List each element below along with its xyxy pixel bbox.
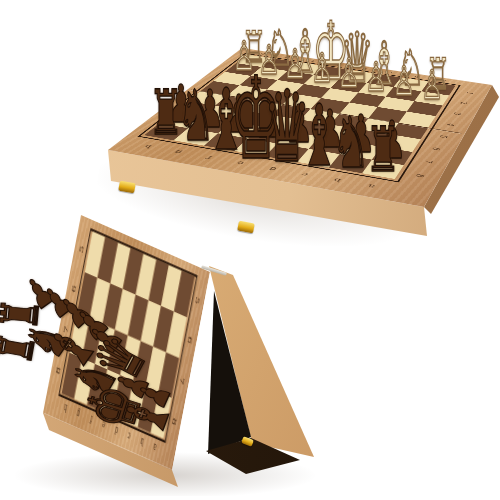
square-c7 xyxy=(133,341,153,387)
piece-black-bishop-f8: ♝ xyxy=(206,78,246,163)
piece-black-pawn-d7: ♟ xyxy=(285,98,313,150)
file-label-far-h: h xyxy=(259,52,266,55)
square-h7 xyxy=(159,112,202,128)
folded-file-label-e: e xyxy=(101,419,106,433)
square-f2 xyxy=(277,71,313,84)
folded-rank-label-left-8: 8 xyxy=(56,365,62,375)
magnetic-cluster-piece-8: ♟ xyxy=(82,317,129,360)
square-a8 xyxy=(151,392,171,438)
square-b2 xyxy=(386,87,421,101)
folded-file-label-c: c xyxy=(127,430,132,444)
magnetic-cluster-piece-14: ♟ xyxy=(132,376,177,413)
piece-black-pawn-f7: ♟ xyxy=(225,88,253,140)
square-h3 xyxy=(213,72,251,85)
magnetic-cluster-piece-7: ♝ xyxy=(40,318,106,378)
square-h1 xyxy=(236,55,272,67)
open-board-squares xyxy=(144,55,455,180)
folded-face-inlay-border xyxy=(58,228,197,443)
file-label-front-a: a xyxy=(366,183,376,190)
brass-latch-1 xyxy=(118,181,135,194)
brass-latch-2 xyxy=(237,221,255,234)
square-d8 xyxy=(265,144,308,162)
square-f7 xyxy=(218,121,260,138)
square-f6 xyxy=(231,110,272,126)
rank-label-right-1: 1 xyxy=(464,91,475,94)
square-g4 xyxy=(228,85,267,99)
square-e8 xyxy=(100,370,120,416)
square-d2 xyxy=(331,79,367,93)
folded-rank-label-left-7: 7 xyxy=(63,325,69,335)
magnetic-cluster-piece-0: ♜ xyxy=(0,297,47,332)
square-e2 xyxy=(304,75,340,89)
file-label-far-a: a xyxy=(441,79,447,82)
square-e8 xyxy=(234,138,277,156)
folded-rank-label-right-8: 8 xyxy=(171,416,177,426)
piece-white-king-e1: ♔ xyxy=(313,12,350,92)
piece-black-pawn-g7: ♟ xyxy=(196,83,224,135)
piece-black-rook-a8: ♜ xyxy=(365,119,400,181)
magnetic-cluster-piece-2: ♟ xyxy=(36,279,80,326)
square-g7 xyxy=(188,117,231,134)
folded-file-label-b: b xyxy=(139,436,144,450)
file-label-far-e: e xyxy=(335,63,341,66)
folded-file-label-f: f xyxy=(89,413,93,427)
piece-white-pawn-f2: ♙ xyxy=(284,45,306,86)
square-a6 xyxy=(166,312,186,358)
square-g8 xyxy=(74,359,94,405)
square-f4 xyxy=(255,90,293,105)
magnetic-cluster-piece-5: ♞ xyxy=(16,311,79,368)
file-label-front-g: g xyxy=(173,149,185,155)
square-a7 xyxy=(158,352,178,398)
file-label-far-f: f xyxy=(310,60,315,63)
hinge-pin xyxy=(201,265,227,275)
square-b7 xyxy=(146,346,166,392)
square-b8 xyxy=(329,154,372,173)
square-h7 xyxy=(69,313,89,359)
piece-white-knight-b1: ♘ xyxy=(398,45,425,95)
piece-white-pawn-a2: ♙ xyxy=(421,66,443,107)
file-label-far-g: g xyxy=(284,56,291,59)
square-g5 xyxy=(215,95,255,110)
square-a5 xyxy=(390,123,428,140)
square-d6 xyxy=(290,120,330,137)
square-c3 xyxy=(349,92,386,107)
square-c1 xyxy=(367,74,402,87)
square-d5 xyxy=(301,109,340,125)
square-g8 xyxy=(174,128,218,146)
piece-black-queen-d8: ♛ xyxy=(264,77,311,176)
folded-file-label-g: g xyxy=(76,408,81,422)
square-e4 xyxy=(283,94,321,109)
rank-label-right-6: 6 xyxy=(429,146,442,150)
file-label-far-b: b xyxy=(414,75,420,78)
square-d3 xyxy=(321,88,358,102)
square-h6 xyxy=(174,101,215,117)
fold-seam xyxy=(190,89,462,133)
file-label-far-d: d xyxy=(361,67,367,70)
square-a4 xyxy=(398,112,435,128)
open-board-surface: hgfedcbahgfedcba12345678 xyxy=(108,48,492,207)
square-g1 xyxy=(262,58,297,71)
square-h6 xyxy=(77,272,97,318)
square-c7 xyxy=(309,136,350,154)
square-b3 xyxy=(378,97,414,112)
square-d1 xyxy=(340,70,375,83)
piece-white-pawn-c2: ♙ xyxy=(365,57,387,98)
square-h8 xyxy=(61,353,81,399)
square-d8 xyxy=(112,375,132,421)
piece-black-pawn-a7: ♟ xyxy=(378,114,406,166)
square-h8 xyxy=(144,123,188,140)
rank-label-right-8: 8 xyxy=(413,173,427,178)
square-f7 xyxy=(95,324,115,370)
file-label-front-h: h xyxy=(142,144,154,150)
file-label-far-c: c xyxy=(388,71,394,74)
piece-black-pawn-b7: ♟ xyxy=(346,109,374,161)
square-h5 xyxy=(85,232,105,278)
folded-rank-label-right-5: 5 xyxy=(194,295,200,305)
square-c2 xyxy=(358,83,394,97)
open-board-right-side xyxy=(0,0,500,500)
square-e7 xyxy=(247,126,289,143)
square-e5 xyxy=(123,249,143,295)
square-e5 xyxy=(272,104,311,120)
square-a7 xyxy=(372,147,413,166)
square-d6 xyxy=(128,295,148,341)
magnetic-cluster-piece-1: ♟ xyxy=(18,269,61,316)
square-a8 xyxy=(362,160,404,180)
piece-white-queen-d1: ♕ xyxy=(341,23,374,93)
square-g5 xyxy=(97,237,117,283)
open-board-ground-shadow xyxy=(91,143,449,277)
folded-file-label-a: a xyxy=(152,441,157,455)
square-h4 xyxy=(201,81,240,95)
square-f8 xyxy=(204,133,248,151)
folded-board-bottom-edge-shadow xyxy=(0,0,500,500)
folded-board-interior-opening xyxy=(0,0,500,500)
square-e6 xyxy=(115,289,135,335)
square-b1 xyxy=(394,78,428,92)
folded-file-label-d: d xyxy=(114,424,119,438)
square-b8 xyxy=(138,387,158,433)
square-b6 xyxy=(153,306,173,352)
rank-label-right-7: 7 xyxy=(421,159,434,164)
square-d7 xyxy=(278,131,320,149)
square-g2 xyxy=(251,67,287,80)
square-f5 xyxy=(243,100,283,115)
square-e3 xyxy=(294,84,331,98)
magnetic-cluster-piece-6: ♜ xyxy=(0,329,43,367)
file-label-front-c: c xyxy=(300,171,310,177)
square-f5 xyxy=(110,243,130,289)
piece-white-pawn-g2: ♙ xyxy=(258,41,280,82)
piece-white-rook-h1: ♖ xyxy=(242,26,267,69)
magnetic-cluster-piece-13: ♝ xyxy=(116,390,181,441)
square-h2 xyxy=(225,63,262,76)
rank-label-right-2: 2 xyxy=(457,101,468,105)
piece-black-pawn-h7: ♟ xyxy=(167,78,195,130)
magnetic-cluster-piece-12: ♚ xyxy=(74,376,153,437)
square-f1 xyxy=(287,62,322,75)
piece-black-rook-h8: ♜ xyxy=(149,82,184,144)
square-f3 xyxy=(266,80,303,94)
square-b7 xyxy=(340,141,381,159)
brass-hinge xyxy=(241,436,254,447)
square-a6 xyxy=(381,134,421,152)
folded-rank-label-left-6: 6 xyxy=(71,285,77,295)
rank-label-right-4: 4 xyxy=(444,123,456,127)
folded-file-label-h: h xyxy=(63,402,68,416)
square-f8 xyxy=(87,364,107,410)
piece-white-rook-a1: ♖ xyxy=(426,53,451,96)
square-b5 xyxy=(360,118,399,134)
piece-white-bishop-f1: ♗ xyxy=(291,23,319,83)
open-board-inlay-border xyxy=(138,53,461,182)
product-photo: 55667788hgfedcba♜♟♟♟♟♞♜♝♟♛♞♟♚♝♟hgfedcbah… xyxy=(0,0,500,500)
folded-rank-label-right-7: 7 xyxy=(179,376,185,386)
piece-black-pawn-c7: ♟ xyxy=(315,104,343,156)
folded-rank-label-left-5: 5 xyxy=(79,244,85,254)
folded-face-squares xyxy=(61,232,194,438)
piece-white-pawn-e2: ♙ xyxy=(311,49,333,90)
square-b5 xyxy=(161,266,181,312)
square-b4 xyxy=(369,107,406,123)
rank-label-right-5: 5 xyxy=(437,134,449,138)
rank-label-right-3: 3 xyxy=(451,112,463,116)
magnetic-cluster-piece-4: ♟ xyxy=(68,300,115,347)
square-a5 xyxy=(174,271,194,317)
file-label-front-f: f xyxy=(205,155,214,161)
piece-black-knight-b8: ♞ xyxy=(331,107,369,178)
square-g3 xyxy=(240,76,278,90)
square-c5 xyxy=(330,113,369,129)
piece-black-bishop-c8: ♝ xyxy=(299,94,339,179)
piece-black-pawn-e7: ♟ xyxy=(254,93,282,145)
square-e6 xyxy=(260,115,301,131)
folded-board-back-panel xyxy=(0,0,500,500)
square-a1 xyxy=(421,82,455,96)
square-e7 xyxy=(107,329,127,375)
piece-black-knight-g8: ♞ xyxy=(177,81,215,152)
square-c8 xyxy=(125,381,145,427)
square-c5 xyxy=(148,260,168,306)
square-a2 xyxy=(414,91,449,105)
piece-white-bishop-c1: ♗ xyxy=(370,35,398,95)
magnetic-cluster-piece-3: ♟ xyxy=(52,288,99,336)
square-g6 xyxy=(202,106,243,122)
magnetic-cluster-piece-9: ♛ xyxy=(82,326,157,391)
square-h5 xyxy=(188,91,228,106)
folded-board-face-side-edge xyxy=(0,0,500,500)
magnetic-cluster-piece-11: ♟ xyxy=(110,365,157,404)
piece-white-pawn-h2: ♙ xyxy=(232,37,254,78)
square-g7 xyxy=(82,318,102,364)
square-d4 xyxy=(311,98,349,113)
square-a3 xyxy=(406,101,442,116)
magnetic-cluster-piece-10: ♞ xyxy=(63,351,126,406)
open-board-front-side xyxy=(0,0,500,500)
square-f6 xyxy=(102,283,122,329)
square-d7 xyxy=(120,335,140,381)
square-e1 xyxy=(313,66,348,79)
square-d5 xyxy=(136,254,156,300)
folded-rank-label-right-6: 6 xyxy=(186,336,192,346)
piece-white-knight-g1: ♘ xyxy=(266,25,293,75)
piece-black-king-e8: ♚ xyxy=(230,62,282,176)
file-label-front-d: d xyxy=(267,165,278,171)
file-label-front-e: e xyxy=(235,160,246,166)
square-g6 xyxy=(90,278,110,324)
square-c6 xyxy=(141,300,161,346)
square-c8 xyxy=(297,149,340,168)
folded-board-ground-shadow xyxy=(0,450,330,496)
file-label-front-b: b xyxy=(333,177,344,183)
piece-white-pawn-d2: ♙ xyxy=(338,53,360,94)
square-b6 xyxy=(350,129,390,146)
square-c6 xyxy=(320,124,360,141)
folded-board-face: 55667788hgfedcba xyxy=(43,215,210,470)
square-c4 xyxy=(340,103,378,118)
piece-white-pawn-b2: ♙ xyxy=(393,62,415,103)
